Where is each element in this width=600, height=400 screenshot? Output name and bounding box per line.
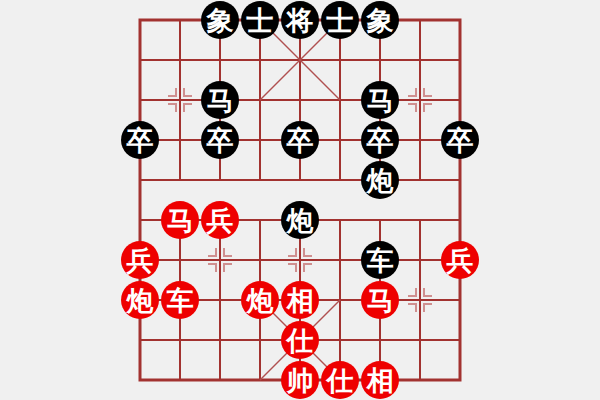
piece-black-elephant[interactable]: 象 [201,1,239,39]
piece-black-soldier[interactable]: 卒 [121,121,159,159]
piece-black-chariot[interactable]: 车 [361,241,399,279]
xiangqi-board: 象士将士象马马卒卒卒卒卒炮马兵炮兵车兵炮车炮相马仕帅仕相 [120,0,480,400]
piece-red-soldier[interactable]: 兵 [121,241,159,279]
piece-red-chariot[interactable]: 车 [161,281,199,319]
piece-black-cannon[interactable]: 炮 [361,161,399,199]
piece-black-general[interactable]: 将 [281,1,319,39]
piece-red-advisor[interactable]: 仕 [281,321,319,359]
piece-red-elephant[interactable]: 相 [281,281,319,319]
piece-red-soldier[interactable]: 兵 [441,241,479,279]
piece-red-horse[interactable]: 马 [161,201,199,239]
piece-black-elephant[interactable]: 象 [361,1,399,39]
piece-black-soldier[interactable]: 卒 [361,121,399,159]
piece-black-horse[interactable]: 马 [361,81,399,119]
xiangqi-app: 象士将士象马马卒卒卒卒卒炮马兵炮兵车兵炮车炮相马仕帅仕相 [0,0,600,400]
piece-black-cannon[interactable]: 炮 [281,201,319,239]
piece-black-advisor[interactable]: 士 [321,1,359,39]
piece-black-soldier[interactable]: 卒 [441,121,479,159]
piece-red-horse[interactable]: 马 [361,281,399,319]
piece-red-elephant[interactable]: 相 [361,361,399,399]
piece-red-advisor[interactable]: 仕 [321,361,359,399]
piece-black-soldier[interactable]: 卒 [281,121,319,159]
piece-grid: 象士将士象马马卒卒卒卒卒炮马兵炮兵车兵炮车炮相马仕帅仕相 [120,0,480,400]
piece-black-soldier[interactable]: 卒 [201,121,239,159]
piece-black-horse[interactable]: 马 [201,81,239,119]
piece-black-advisor[interactable]: 士 [241,1,279,39]
piece-red-cannon[interactable]: 炮 [121,281,159,319]
piece-red-cannon[interactable]: 炮 [241,281,279,319]
piece-red-soldier[interactable]: 兵 [201,201,239,239]
piece-red-general[interactable]: 帅 [281,361,319,399]
